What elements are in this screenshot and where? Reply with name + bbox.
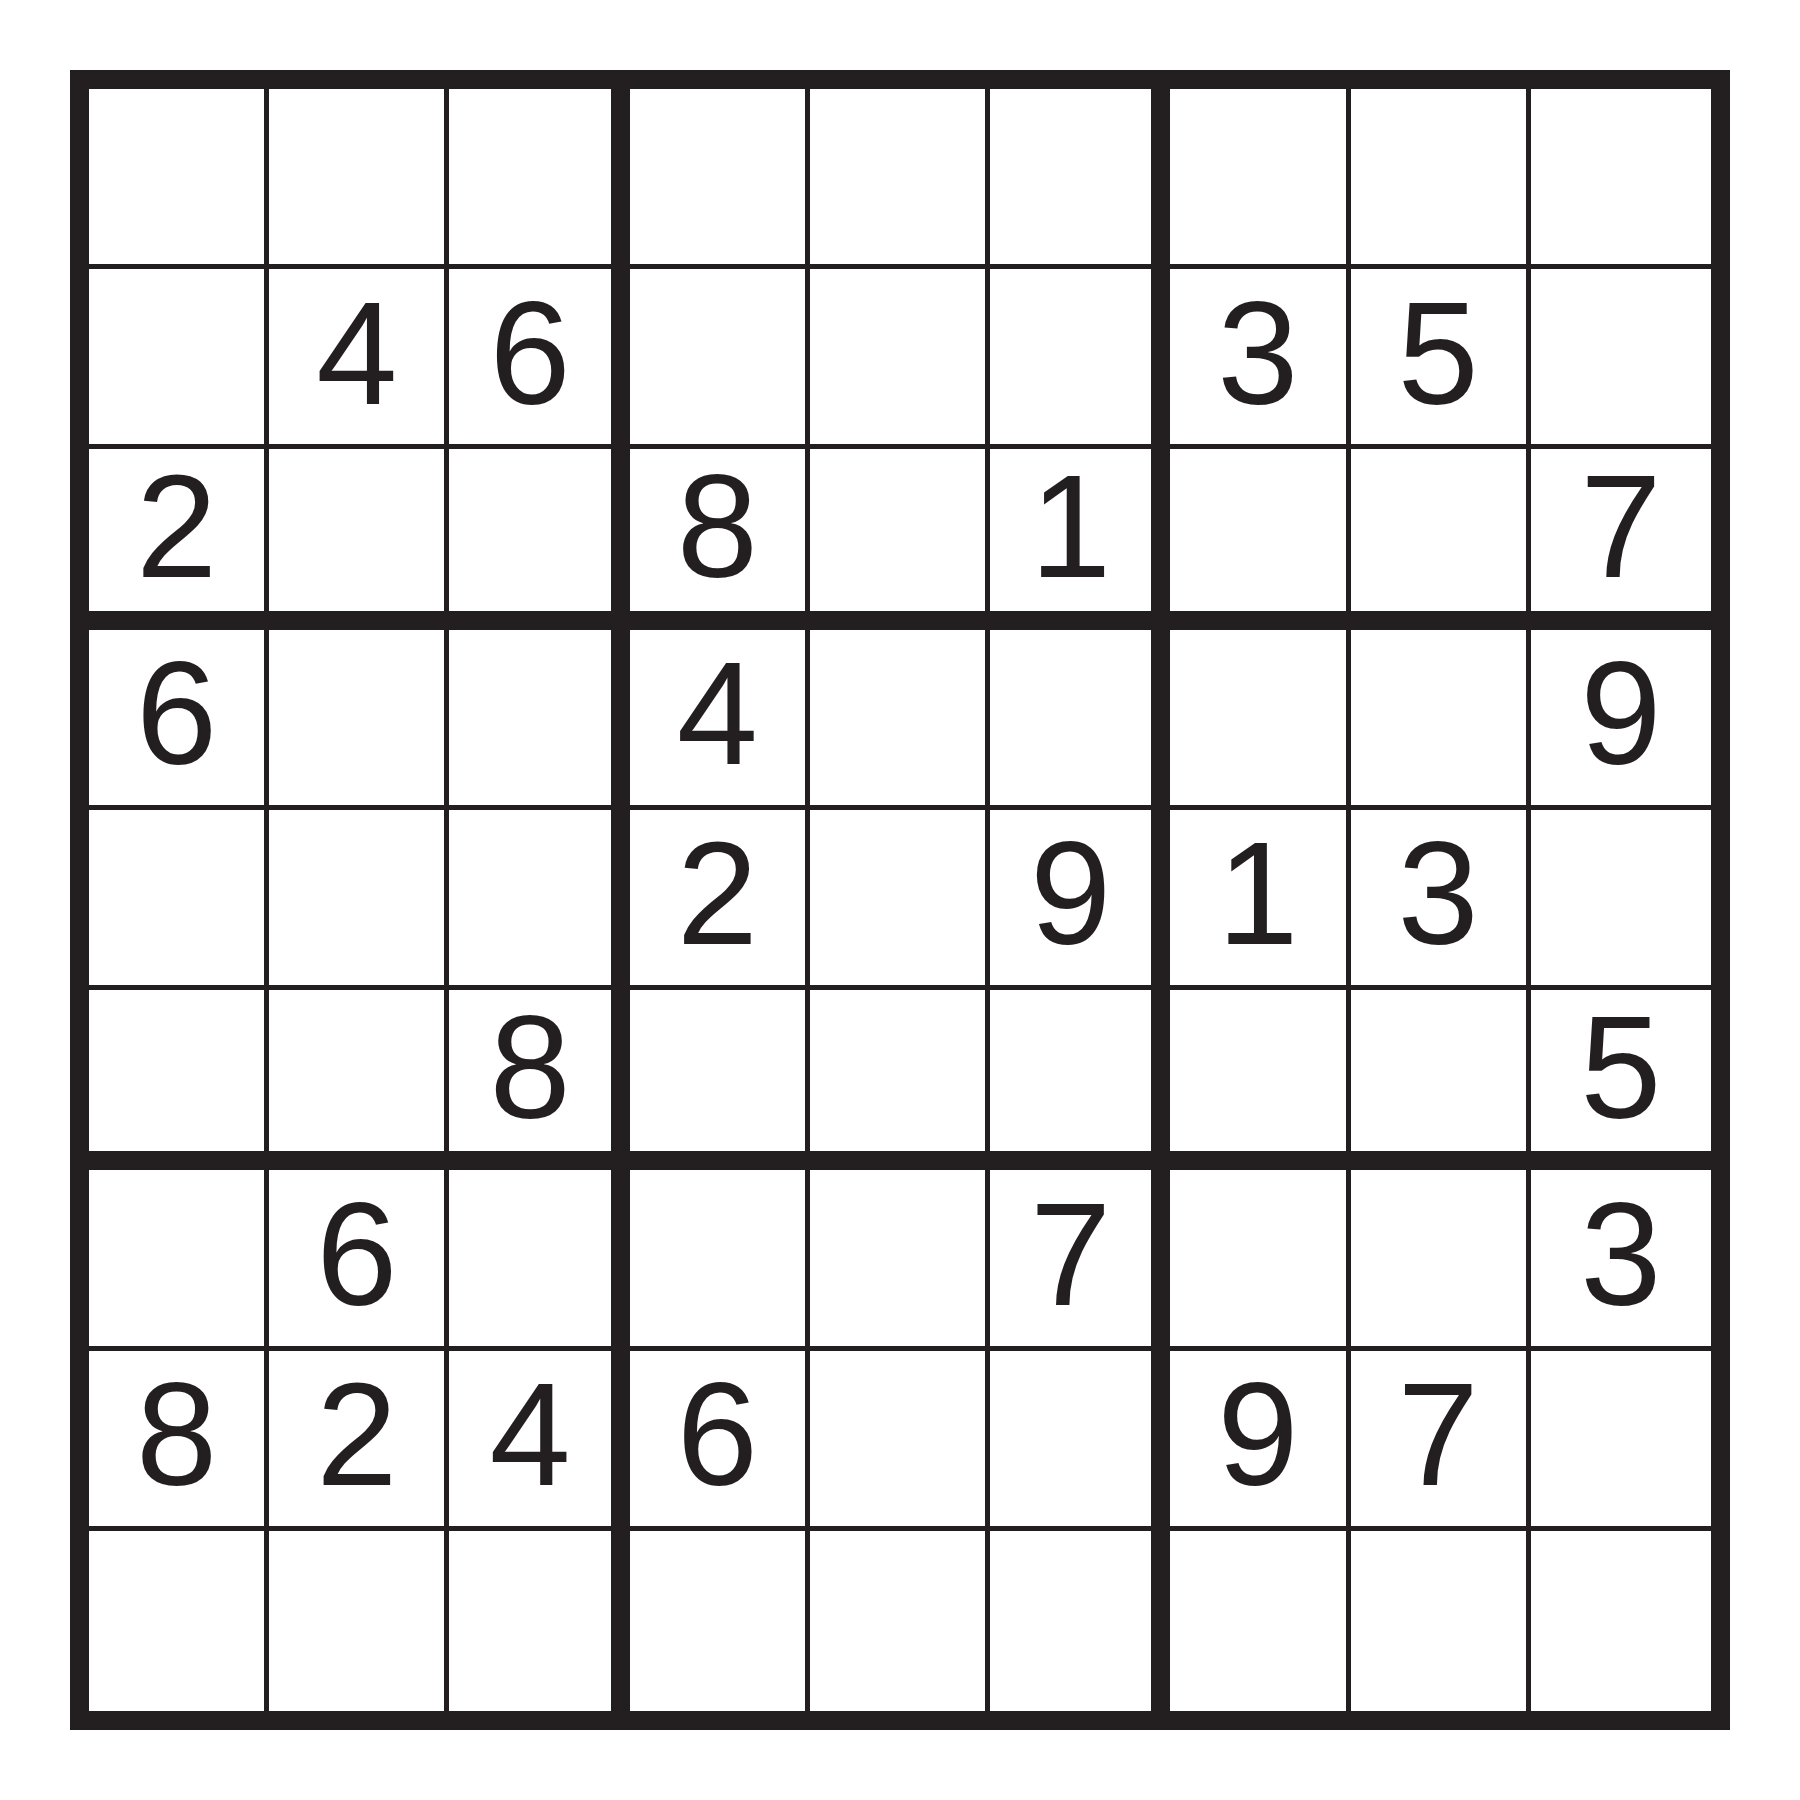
cell-r5c4[interactable]: 2 [630,810,810,990]
cell-r8c4[interactable]: 6 [630,1351,810,1531]
cell-r6c1[interactable] [89,990,269,1170]
cell-r6c4[interactable] [630,990,810,1170]
cell-r1c5[interactable] [810,89,990,269]
cell-r3c8[interactable] [1351,449,1531,629]
cell-r1c9[interactable] [1531,89,1711,269]
cell-r7c2[interactable]: 6 [269,1170,449,1350]
cell-r3c9[interactable]: 7 [1531,449,1711,629]
cell-r7c6[interactable]: 7 [990,1170,1170,1350]
cell-r8c1[interactable]: 8 [89,1351,269,1531]
cell-r9c1[interactable] [89,1531,269,1711]
cell-r4c8[interactable] [1351,630,1531,810]
cell-r7c7[interactable] [1170,1170,1350,1350]
cell-r5c9[interactable] [1531,810,1711,990]
cell-r9c6[interactable] [990,1531,1170,1711]
sudoku-board: 46352817649291385673824697 [70,70,1730,1730]
cell-r8c2[interactable]: 2 [269,1351,449,1531]
cell-r4c3[interactable] [449,630,629,810]
cell-r4c5[interactable] [810,630,990,810]
cell-r5c1[interactable] [89,810,269,990]
cell-r2c3[interactable]: 6 [449,269,629,449]
cell-r5c2[interactable] [269,810,449,990]
cell-r2c6[interactable] [990,269,1170,449]
cell-r2c2[interactable]: 4 [269,269,449,449]
cell-r6c3[interactable]: 8 [449,990,629,1170]
cell-r7c1[interactable] [89,1170,269,1350]
cell-r8c9[interactable] [1531,1351,1711,1531]
cell-r4c9[interactable]: 9 [1531,630,1711,810]
cell-r8c7[interactable]: 9 [1170,1351,1350,1531]
cell-r9c5[interactable] [810,1531,990,1711]
cell-r1c4[interactable] [630,89,810,269]
cell-r9c7[interactable] [1170,1531,1350,1711]
cell-r8c6[interactable] [990,1351,1170,1531]
cell-r5c7[interactable]: 1 [1170,810,1350,990]
cell-r3c5[interactable] [810,449,990,629]
cell-r4c2[interactable] [269,630,449,810]
cell-r3c7[interactable] [1170,449,1350,629]
cell-r5c3[interactable] [449,810,629,990]
cell-r8c3[interactable]: 4 [449,1351,629,1531]
cell-r6c6[interactable] [990,990,1170,1170]
cell-r2c8[interactable]: 5 [1351,269,1531,449]
cell-r7c5[interactable] [810,1170,990,1350]
cell-r9c8[interactable] [1351,1531,1531,1711]
cell-r7c3[interactable] [449,1170,629,1350]
cell-r4c7[interactable] [1170,630,1350,810]
cell-r6c8[interactable] [1351,990,1531,1170]
cell-r1c1[interactable] [89,89,269,269]
cell-r3c6[interactable]: 1 [990,449,1170,629]
cell-r4c6[interactable] [990,630,1170,810]
cell-r1c2[interactable] [269,89,449,269]
cell-r1c7[interactable] [1170,89,1350,269]
cell-r8c5[interactable] [810,1351,990,1531]
cell-r9c9[interactable] [1531,1531,1711,1711]
cell-r3c3[interactable] [449,449,629,629]
cell-r8c8[interactable]: 7 [1351,1351,1531,1531]
cell-r1c3[interactable] [449,89,629,269]
cell-r6c2[interactable] [269,990,449,1170]
cell-r6c7[interactable] [1170,990,1350,1170]
cell-r9c2[interactable] [269,1531,449,1711]
cell-r3c1[interactable]: 2 [89,449,269,629]
cell-r5c5[interactable] [810,810,990,990]
cell-r7c4[interactable] [630,1170,810,1350]
cell-r5c6[interactable]: 9 [990,810,1170,990]
cell-r2c5[interactable] [810,269,990,449]
cell-r9c3[interactable] [449,1531,629,1711]
cell-r5c8[interactable]: 3 [1351,810,1531,990]
cell-r2c4[interactable] [630,269,810,449]
cell-r6c9[interactable]: 5 [1531,990,1711,1170]
cell-r4c4[interactable]: 4 [630,630,810,810]
cell-r9c4[interactable] [630,1531,810,1711]
cell-r2c1[interactable] [89,269,269,449]
cell-r6c5[interactable] [810,990,990,1170]
cell-r1c8[interactable] [1351,89,1531,269]
cell-r3c2[interactable] [269,449,449,629]
cell-r7c9[interactable]: 3 [1531,1170,1711,1350]
cell-r1c6[interactable] [990,89,1170,269]
cell-r3c4[interactable]: 8 [630,449,810,629]
cell-r4c1[interactable]: 6 [89,630,269,810]
cell-r2c9[interactable] [1531,269,1711,449]
cell-r7c8[interactable] [1351,1170,1531,1350]
cell-r2c7[interactable]: 3 [1170,269,1350,449]
